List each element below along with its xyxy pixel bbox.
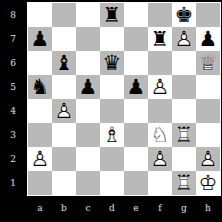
chess-diagram: ♜♚♟♜♟♙♟♝♛♛♕♞♟♟♟♙♟♙♝♗♞♘♜♖♟♙♟♙♟♙♜♖♚♔ 87654… xyxy=(0,0,222,222)
square-d2[interactable] xyxy=(100,147,124,171)
square-c8[interactable] xyxy=(76,3,100,27)
white-rook-icon: ♖ xyxy=(172,123,196,147)
file-label-g: g xyxy=(172,199,196,217)
black-queen-icon: ♛ xyxy=(100,51,124,75)
square-c1[interactable] xyxy=(76,171,100,195)
white-pawn-icon: ♙ xyxy=(172,27,196,51)
square-f7[interactable]: ♜ xyxy=(148,27,172,51)
white-bishop-icon: ♗ xyxy=(100,123,124,147)
square-g3[interactable]: ♜♖ xyxy=(172,123,196,147)
square-h5[interactable] xyxy=(196,75,220,99)
square-c2[interactable] xyxy=(76,147,100,171)
file-label-e: e xyxy=(124,199,148,217)
file-label-a: a xyxy=(28,199,52,217)
square-f1[interactable] xyxy=(148,171,172,195)
white-pawn-icon: ♙ xyxy=(196,147,220,171)
square-a7[interactable]: ♟ xyxy=(28,27,52,51)
square-d8[interactable]: ♜ xyxy=(100,3,124,27)
white-pawn-icon: ♙ xyxy=(52,99,76,123)
square-g4[interactable] xyxy=(172,99,196,123)
square-e2[interactable] xyxy=(124,147,148,171)
black-knight-icon: ♞ xyxy=(28,75,52,99)
square-b2[interactable] xyxy=(52,147,76,171)
file-label-c: c xyxy=(76,199,100,217)
file-label-f: f xyxy=(148,199,172,217)
square-f4[interactable] xyxy=(148,99,172,123)
rank-label-1: 1 xyxy=(0,171,26,195)
square-f5[interactable]: ♟♙ xyxy=(148,75,172,99)
square-h6[interactable]: ♛♕ xyxy=(196,51,220,75)
square-b3[interactable] xyxy=(52,123,76,147)
square-g1[interactable]: ♜♖ xyxy=(172,171,196,195)
square-e4[interactable] xyxy=(124,99,148,123)
square-d1[interactable] xyxy=(100,171,124,195)
square-g8[interactable]: ♚ xyxy=(172,3,196,27)
square-c7[interactable] xyxy=(76,27,100,51)
square-d5[interactable] xyxy=(100,75,124,99)
black-bishop-icon: ♝ xyxy=(52,51,76,75)
square-a1[interactable] xyxy=(28,171,52,195)
white-pawn-icon: ♙ xyxy=(28,147,52,171)
square-d7[interactable] xyxy=(100,27,124,51)
square-a5[interactable]: ♞ xyxy=(28,75,52,99)
square-a8[interactable] xyxy=(28,3,52,27)
black-pawn-icon: ♟ xyxy=(124,75,148,99)
rank-label-2: 2 xyxy=(0,147,26,171)
square-f2[interactable]: ♟♙ xyxy=(148,147,172,171)
black-pawn-icon: ♟ xyxy=(76,75,100,99)
white-rook-icon: ♖ xyxy=(172,171,196,195)
black-pawn-icon: ♟ xyxy=(196,27,220,51)
square-f3[interactable]: ♞♘ xyxy=(148,123,172,147)
square-a3[interactable] xyxy=(28,123,52,147)
square-h7[interactable]: ♟ xyxy=(196,27,220,51)
square-g2[interactable] xyxy=(172,147,196,171)
square-e1[interactable] xyxy=(124,171,148,195)
square-b6[interactable]: ♝ xyxy=(52,51,76,75)
square-e7[interactable] xyxy=(124,27,148,51)
square-c4[interactable] xyxy=(76,99,100,123)
square-b7[interactable] xyxy=(52,27,76,51)
square-h4[interactable] xyxy=(196,99,220,123)
square-d4[interactable] xyxy=(100,99,124,123)
square-f6[interactable] xyxy=(148,51,172,75)
rank-label-7: 7 xyxy=(0,27,26,51)
white-king-icon: ♔ xyxy=(196,171,220,195)
square-h1[interactable]: ♚♔ xyxy=(196,171,220,195)
square-e6[interactable] xyxy=(124,51,148,75)
square-g5[interactable] xyxy=(172,75,196,99)
square-a2[interactable]: ♟♙ xyxy=(28,147,52,171)
white-pawn-icon: ♙ xyxy=(148,75,172,99)
square-h3[interactable] xyxy=(196,123,220,147)
square-d6[interactable]: ♛ xyxy=(100,51,124,75)
file-label-h: h xyxy=(196,199,220,217)
square-b5[interactable] xyxy=(52,75,76,99)
rank-label-4: 4 xyxy=(0,99,26,123)
black-king-icon: ♚ xyxy=(172,3,196,27)
white-pawn-icon: ♙ xyxy=(148,147,172,171)
chess-board[interactable]: ♜♚♟♜♟♙♟♝♛♛♕♞♟♟♟♙♟♙♝♗♞♘♜♖♟♙♟♙♟♙♜♖♚♔ xyxy=(27,2,221,196)
square-e3[interactable] xyxy=(124,123,148,147)
rank-label-8: 8 xyxy=(0,3,26,27)
white-knight-icon: ♘ xyxy=(148,123,172,147)
square-a4[interactable] xyxy=(28,99,52,123)
file-label-d: d xyxy=(100,199,124,217)
rank-label-6: 6 xyxy=(0,51,26,75)
square-h2[interactable]: ♟♙ xyxy=(196,147,220,171)
black-rook-icon: ♜ xyxy=(148,27,172,51)
square-c3[interactable] xyxy=(76,123,100,147)
black-rook-icon: ♜ xyxy=(100,3,124,27)
black-pawn-icon: ♟ xyxy=(28,27,52,51)
square-e8[interactable] xyxy=(124,3,148,27)
square-d3[interactable]: ♝♗ xyxy=(100,123,124,147)
square-b1[interactable] xyxy=(52,171,76,195)
square-g6[interactable] xyxy=(172,51,196,75)
square-e5[interactable]: ♟ xyxy=(124,75,148,99)
square-h8[interactable] xyxy=(196,3,220,27)
square-c5[interactable]: ♟ xyxy=(76,75,100,99)
square-f8[interactable] xyxy=(148,3,172,27)
rank-label-3: 3 xyxy=(0,123,26,147)
white-queen-icon: ♕ xyxy=(196,51,220,75)
file-label-b: b xyxy=(52,199,76,217)
square-g7[interactable]: ♟♙ xyxy=(172,27,196,51)
square-b8[interactable] xyxy=(52,3,76,27)
square-a6[interactable] xyxy=(28,51,52,75)
square-c6[interactable] xyxy=(76,51,100,75)
rank-label-5: 5 xyxy=(0,75,26,99)
square-b4[interactable]: ♟♙ xyxy=(52,99,76,123)
